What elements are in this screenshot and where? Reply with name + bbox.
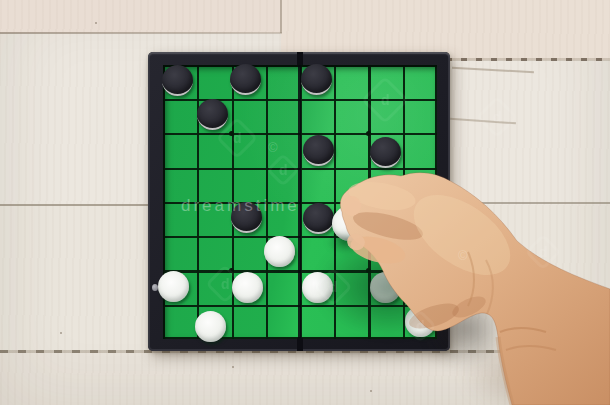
board-cell[interactable]	[266, 168, 300, 202]
black-disc[interactable]	[162, 65, 193, 96]
board-cell[interactable]	[197, 236, 231, 270]
white-disc[interactable]	[158, 271, 189, 302]
board-cell[interactable]	[369, 202, 403, 236]
plank-seam	[446, 58, 610, 61]
board-cell[interactable]	[369, 168, 403, 202]
board-cell[interactable]	[266, 65, 300, 99]
fold-notch-bottom	[297, 338, 303, 351]
black-disc[interactable]	[303, 135, 334, 166]
board-cell[interactable]	[163, 134, 197, 168]
board-cell[interactable]	[334, 134, 368, 168]
vein	[468, 252, 474, 306]
black-disc[interactable]	[303, 203, 334, 234]
board-cell[interactable]	[163, 236, 197, 270]
board-cell[interactable]	[403, 236, 437, 270]
plank-seam	[0, 32, 282, 34]
held-white-disc[interactable]	[332, 206, 367, 241]
star-point	[229, 131, 234, 136]
wood-speck	[370, 390, 372, 392]
board-cell[interactable]	[334, 65, 368, 99]
wood-plank-top-right	[281, 0, 610, 60]
watermark-logo-letter: d	[539, 244, 548, 260]
vein	[486, 260, 493, 314]
board-cell[interactable]	[232, 99, 266, 133]
plank-seam	[0, 204, 150, 206]
board-cell[interactable]	[334, 236, 368, 270]
wood-speck	[232, 366, 234, 368]
wrist-crease	[500, 328, 546, 332]
board-cell[interactable]	[334, 305, 368, 339]
board-cell[interactable]	[334, 271, 368, 305]
board-cell[interactable]	[403, 65, 437, 99]
board-cell[interactable]	[163, 305, 197, 339]
wood-speck	[95, 22, 97, 24]
star-point	[229, 268, 234, 273]
board-cell[interactable]	[197, 168, 231, 202]
board-cell[interactable]	[266, 99, 300, 133]
othello-board	[148, 52, 450, 351]
board-cell[interactable]	[300, 305, 334, 339]
board-cell[interactable]	[232, 134, 266, 168]
board-cell[interactable]	[266, 271, 300, 305]
watermark-copyright: ©	[458, 248, 468, 263]
board-cell[interactable]	[163, 168, 197, 202]
white-disc[interactable]	[302, 272, 333, 303]
board-cell[interactable]	[334, 168, 368, 202]
plank-seam	[448, 202, 610, 204]
fold-notch-top	[297, 52, 303, 65]
board-cell[interactable]	[266, 305, 300, 339]
board-cell[interactable]	[300, 236, 334, 270]
wood-plank-top-left	[0, 0, 282, 33]
board-cell[interactable]	[369, 99, 403, 133]
board-cell[interactable]	[300, 168, 334, 202]
board-cell[interactable]	[197, 271, 231, 305]
watermark-logo: d	[525, 234, 562, 271]
board-cell[interactable]	[266, 202, 300, 236]
plank-joint	[280, 0, 282, 33]
board-cell[interactable]	[369, 305, 403, 339]
board-cell[interactable]	[334, 99, 368, 133]
wood-crack	[450, 118, 516, 124]
board-cell[interactable]	[197, 65, 231, 99]
hinge-pin	[152, 284, 158, 291]
board-cell[interactable]	[300, 99, 334, 133]
knuckle-shadow	[449, 292, 488, 322]
board-cell[interactable]	[232, 305, 266, 339]
board-cell[interactable]	[197, 202, 231, 236]
black-disc[interactable]	[230, 64, 261, 95]
wood-speck	[60, 332, 62, 334]
black-disc[interactable]	[301, 64, 332, 95]
board-cell[interactable]	[403, 271, 437, 305]
photo: dreamstime © © dddddddd	[0, 0, 610, 405]
board-cell[interactable]	[266, 134, 300, 168]
board-cell[interactable]	[232, 168, 266, 202]
arm-shadow	[462, 332, 610, 405]
star-point	[366, 268, 371, 273]
black-disc[interactable]	[231, 202, 262, 233]
board-cell[interactable]	[369, 65, 403, 99]
arm-edge-shading	[498, 337, 512, 405]
watermark-logo: d	[476, 96, 518, 138]
board-cell[interactable]	[232, 236, 266, 270]
wood-crack	[452, 67, 534, 73]
black-disc[interactable]	[197, 99, 228, 130]
board-fold-seam	[298, 52, 301, 351]
star-point	[366, 131, 371, 136]
board-cell[interactable]	[403, 99, 437, 133]
board-cell[interactable]	[197, 134, 231, 168]
board-cell[interactable]	[369, 236, 403, 270]
board-cell[interactable]	[403, 168, 437, 202]
board-cell[interactable]	[163, 202, 197, 236]
board-cell[interactable]	[403, 134, 437, 168]
board-cell[interactable]	[403, 202, 437, 236]
board-cell[interactable]	[163, 99, 197, 133]
